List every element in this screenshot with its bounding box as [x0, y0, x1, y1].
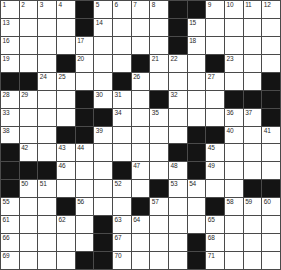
crossword-puzzle: 1234567891011121314151617181920212223242…	[0, 0, 281, 270]
cell[interactable]: 53	[169, 180, 187, 197]
cell[interactable]	[225, 19, 243, 36]
cell[interactable]: 14	[94, 19, 112, 36]
black-cell	[188, 162, 206, 179]
black-cell	[94, 109, 112, 126]
cell[interactable]: 54	[188, 180, 206, 197]
cell[interactable]	[244, 37, 262, 54]
cell[interactable]: 16	[1, 37, 19, 54]
cell[interactable]	[262, 55, 280, 72]
cell[interactable]: 12	[262, 1, 280, 18]
cell[interactable]: 62	[57, 216, 75, 233]
black-cell	[113, 162, 131, 179]
clue-number: 42	[21, 144, 28, 152]
cell[interactable]	[169, 234, 187, 251]
clue-number: 47	[133, 162, 140, 170]
black-cell	[169, 37, 187, 54]
cell[interactable]: 71	[206, 252, 224, 269]
cell[interactable]	[38, 252, 56, 269]
cell[interactable]	[244, 252, 262, 269]
clue-number: 28	[3, 91, 10, 99]
clue-number: 71	[208, 252, 215, 260]
cell[interactable]	[262, 144, 280, 161]
black-cell	[94, 234, 112, 251]
black-cell	[132, 198, 150, 215]
cell[interactable]	[57, 109, 75, 126]
cell[interactable]	[94, 144, 112, 161]
clue-number: 44	[77, 144, 84, 152]
clue-number: 68	[208, 234, 215, 242]
cell[interactable]	[20, 55, 38, 72]
clue-number: 54	[189, 180, 196, 188]
cell[interactable]: 7	[132, 1, 150, 18]
cell[interactable]: 51	[38, 180, 56, 197]
cell[interactable]: 65	[206, 216, 224, 233]
clue-number: 43	[58, 144, 65, 152]
clue-number: 37	[245, 109, 252, 117]
cell[interactable]: 58	[225, 198, 243, 215]
cell[interactable]: 41	[262, 127, 280, 144]
clue-number: 48	[170, 162, 177, 170]
black-cell	[262, 73, 280, 90]
cell[interactable]	[188, 73, 206, 90]
clue-number: 51	[40, 180, 47, 188]
cell[interactable]	[244, 162, 262, 179]
cell[interactable]	[57, 19, 75, 36]
cell[interactable]: 11	[244, 1, 262, 18]
black-cell	[94, 252, 112, 269]
cell[interactable]	[20, 216, 38, 233]
black-cell	[20, 162, 38, 179]
cell[interactable]: 60	[262, 198, 280, 215]
clue-number: 56	[77, 198, 84, 206]
cell[interactable]	[113, 19, 131, 36]
clue-number: 23	[226, 55, 233, 63]
clue-number: 7	[133, 1, 136, 9]
cell[interactable]	[132, 144, 150, 161]
clue-number: 2	[21, 1, 24, 9]
black-cell	[94, 216, 112, 233]
cell[interactable]	[57, 180, 75, 197]
clue-number: 27	[208, 73, 215, 81]
cell[interactable]: 6	[113, 1, 131, 18]
black-cell	[132, 55, 150, 72]
cell[interactable]	[150, 162, 168, 179]
cell[interactable]	[188, 216, 206, 233]
cell[interactable]	[20, 198, 38, 215]
clue-number: 17	[77, 37, 84, 45]
cell[interactable]	[76, 162, 94, 179]
clue-number: 31	[114, 91, 121, 99]
cell[interactable]	[169, 198, 187, 215]
cell[interactable]	[94, 73, 112, 90]
clue-number: 16	[3, 37, 10, 45]
cell[interactable]: 63	[113, 216, 131, 233]
clue-number: 46	[58, 162, 65, 170]
cell[interactable]: 18	[188, 37, 206, 54]
black-cell	[188, 1, 206, 18]
cell[interactable]: 61	[1, 216, 19, 233]
cell[interactable]	[262, 252, 280, 269]
black-cell	[57, 198, 75, 215]
clue-number: 33	[3, 109, 10, 117]
cell[interactable]: 28	[1, 91, 19, 108]
cell[interactable]	[244, 144, 262, 161]
cell[interactable]: 34	[113, 109, 131, 126]
cell[interactable]: 10	[225, 1, 243, 18]
black-cell	[262, 180, 280, 197]
clue-number: 53	[170, 180, 177, 188]
clue-number: 1	[3, 1, 6, 9]
black-cell	[1, 144, 19, 161]
cell[interactable]: 59	[244, 198, 262, 215]
cell[interactable]: 31	[113, 91, 131, 108]
clue-number: 62	[58, 216, 65, 224]
cell[interactable]: 45	[206, 144, 224, 161]
cell[interactable]: 8	[150, 1, 168, 18]
cell[interactable]	[262, 162, 280, 179]
black-cell	[1, 162, 19, 179]
clue-number: 70	[114, 252, 121, 260]
cell[interactable]: 56	[76, 198, 94, 215]
clue-number: 9	[208, 1, 211, 9]
clue-number: 22	[170, 55, 177, 63]
cell[interactable]: 19	[1, 55, 19, 72]
clue-number: 26	[133, 73, 140, 81]
cell[interactable]: 5	[94, 1, 112, 18]
black-cell	[76, 91, 94, 108]
cell[interactable]	[20, 109, 38, 126]
cell[interactable]	[244, 73, 262, 90]
clue-number: 38	[3, 127, 10, 135]
cell[interactable]	[262, 234, 280, 251]
cell[interactable]: 25	[57, 73, 75, 90]
black-cell	[206, 55, 224, 72]
clue-number: 4	[58, 1, 61, 9]
black-cell	[150, 91, 168, 108]
black-cell	[262, 91, 280, 108]
black-cell	[169, 144, 187, 161]
black-cell	[1, 180, 19, 197]
cell[interactable]	[150, 216, 168, 233]
cell[interactable]: 15	[188, 19, 206, 36]
clue-number: 18	[189, 37, 196, 45]
cell[interactable]	[38, 198, 56, 215]
cell[interactable]: 4	[57, 1, 75, 18]
cell[interactable]	[225, 252, 243, 269]
cell[interactable]	[94, 198, 112, 215]
cell[interactable]: 27	[206, 73, 224, 90]
cell[interactable]: 36	[225, 109, 243, 126]
cell[interactable]: 1	[1, 1, 19, 18]
clue-number: 11	[245, 1, 251, 9]
cell[interactable]	[225, 37, 243, 54]
clue-number: 3	[40, 1, 43, 9]
cell[interactable]: 33	[1, 109, 19, 126]
black-cell	[188, 144, 206, 161]
cell[interactable]	[132, 91, 150, 108]
cell[interactable]	[113, 55, 131, 72]
cell[interactable]	[150, 127, 168, 144]
clue-number: 14	[96, 19, 103, 27]
cell[interactable]	[225, 73, 243, 90]
cell[interactable]	[20, 37, 38, 54]
clue-number: 59	[245, 198, 252, 206]
black-cell	[225, 91, 243, 108]
cell[interactable]	[132, 109, 150, 126]
cell[interactable]: 3	[38, 1, 56, 18]
cell[interactable]	[225, 162, 243, 179]
cell[interactable]	[38, 91, 56, 108]
cell[interactable]	[206, 91, 224, 108]
cell[interactable]	[38, 216, 56, 233]
cell[interactable]	[132, 37, 150, 54]
cell[interactable]	[113, 127, 131, 144]
cell[interactable]	[20, 234, 38, 251]
cell[interactable]	[132, 234, 150, 251]
cell[interactable]: 70	[113, 252, 131, 269]
clue-number: 10	[226, 1, 233, 9]
cell[interactable]: 20	[76, 55, 94, 72]
black-cell	[76, 19, 94, 36]
cell[interactable]: 47	[132, 162, 150, 179]
cell[interactable]: 35	[150, 109, 168, 126]
cell[interactable]	[113, 198, 131, 215]
cell[interactable]	[206, 109, 224, 126]
cell[interactable]: 67	[113, 234, 131, 251]
cell[interactable]: 44	[76, 144, 94, 161]
clue-number: 65	[208, 216, 215, 224]
cell[interactable]	[57, 252, 75, 269]
cell[interactable]: 37	[244, 109, 262, 126]
black-cell	[188, 252, 206, 269]
cell[interactable]	[76, 73, 94, 90]
cell[interactable]	[169, 216, 187, 233]
cell[interactable]: 68	[206, 234, 224, 251]
cell[interactable]	[206, 19, 224, 36]
cell[interactable]	[262, 216, 280, 233]
cell[interactable]	[225, 234, 243, 251]
cell[interactable]	[20, 19, 38, 36]
cell[interactable]	[244, 216, 262, 233]
cell[interactable]	[132, 127, 150, 144]
cell[interactable]	[150, 252, 168, 269]
cell[interactable]: 23	[225, 55, 243, 72]
clue-number: 41	[264, 127, 271, 135]
clue-number: 35	[152, 109, 159, 117]
cell[interactable]	[57, 91, 75, 108]
cell[interactable]	[150, 37, 168, 54]
clue-number: 69	[3, 252, 10, 260]
cell[interactable]: 38	[1, 127, 19, 144]
cell[interactable]: 22	[169, 55, 187, 72]
cell[interactable]: 69	[1, 252, 19, 269]
cell[interactable]: 9	[206, 1, 224, 18]
cell[interactable]: 26	[132, 73, 150, 90]
cell[interactable]	[76, 234, 94, 251]
clue-number: 58	[226, 198, 233, 206]
black-cell	[76, 1, 94, 18]
cell[interactable]: 40	[225, 127, 243, 144]
clue-number: 61	[3, 216, 10, 224]
cell[interactable]: 57	[150, 198, 168, 215]
cell[interactable]	[206, 180, 224, 197]
cell[interactable]: 17	[76, 37, 94, 54]
cell[interactable]	[20, 127, 38, 144]
cell[interactable]	[150, 19, 168, 36]
cell[interactable]	[132, 252, 150, 269]
cell[interactable]	[262, 19, 280, 36]
cell[interactable]: 2	[20, 1, 38, 18]
cell[interactable]	[38, 144, 56, 161]
black-cell	[1, 73, 19, 90]
cell[interactable]	[188, 55, 206, 72]
cell[interactable]	[38, 37, 56, 54]
black-cell	[188, 234, 206, 251]
clue-number: 36	[226, 109, 233, 117]
cell[interactable]	[57, 234, 75, 251]
cell[interactable]	[169, 73, 187, 90]
cell[interactable]	[94, 55, 112, 72]
black-cell	[76, 127, 94, 144]
clue-number: 40	[226, 127, 233, 135]
cell[interactable]	[113, 37, 131, 54]
cell[interactable]: 13	[1, 19, 19, 36]
cell[interactable]	[76, 180, 94, 197]
cell[interactable]	[244, 55, 262, 72]
cell[interactable]	[188, 91, 206, 108]
cell[interactable]: 42	[20, 144, 38, 161]
cell[interactable]: 66	[1, 234, 19, 251]
black-cell	[76, 252, 94, 269]
clue-number: 49	[208, 162, 215, 170]
clue-number: 60	[264, 198, 271, 206]
cell[interactable]	[132, 19, 150, 36]
cell[interactable]	[57, 37, 75, 54]
cell[interactable]: 43	[57, 144, 75, 161]
clue-number: 25	[58, 73, 65, 81]
black-cell	[113, 73, 131, 90]
cell[interactable]: 29	[20, 91, 38, 108]
black-cell	[262, 109, 280, 126]
cell[interactable]	[188, 109, 206, 126]
clue-number: 21	[152, 55, 159, 63]
cell[interactable]	[169, 252, 187, 269]
black-cell	[244, 91, 262, 108]
cell[interactable]	[132, 180, 150, 197]
cell[interactable]: 49	[206, 162, 224, 179]
clue-number: 24	[40, 73, 47, 81]
cell[interactable]	[38, 19, 56, 36]
cell[interactable]	[262, 37, 280, 54]
crossword-grid: 1234567891011121314151617181920212223242…	[0, 0, 281, 270]
cell[interactable]: 24	[38, 73, 56, 90]
cell[interactable]	[225, 180, 243, 197]
cell[interactable]	[94, 180, 112, 197]
cell[interactable]	[20, 252, 38, 269]
black-cell	[20, 73, 38, 90]
cell[interactable]	[169, 127, 187, 144]
cell[interactable]: 50	[20, 180, 38, 197]
cell[interactable]	[206, 37, 224, 54]
cell[interactable]: 48	[169, 162, 187, 179]
black-cell	[188, 127, 206, 144]
black-cell	[169, 19, 187, 36]
black-cell	[206, 127, 224, 144]
cell[interactable]	[169, 109, 187, 126]
black-cell	[57, 55, 75, 72]
cell[interactable]: 46	[57, 162, 75, 179]
cell[interactable]	[76, 216, 94, 233]
cell[interactable]	[38, 109, 56, 126]
clue-number: 66	[3, 234, 10, 242]
cell[interactable]	[150, 144, 168, 161]
black-cell	[169, 1, 187, 18]
clue-number: 15	[189, 19, 196, 27]
cell[interactable]: 39	[94, 127, 112, 144]
clue-number: 30	[96, 91, 103, 99]
cell[interactable]	[244, 19, 262, 36]
cell[interactable]: 32	[169, 91, 187, 108]
cell[interactable]	[38, 234, 56, 251]
clue-number: 12	[264, 1, 271, 9]
cell[interactable]	[94, 37, 112, 54]
clue-number: 55	[3, 198, 10, 206]
cell[interactable]: 30	[94, 91, 112, 108]
cell[interactable]	[225, 144, 243, 161]
clue-number: 64	[133, 216, 140, 224]
clue-number: 13	[3, 19, 10, 27]
cell[interactable]	[244, 127, 262, 144]
cell[interactable]	[188, 198, 206, 215]
black-cell	[206, 198, 224, 215]
cell[interactable]	[38, 127, 56, 144]
clue-number: 39	[96, 127, 103, 135]
clue-number: 32	[170, 91, 177, 99]
cell[interactable]	[244, 234, 262, 251]
clue-number: 19	[3, 55, 10, 63]
cell[interactable]	[225, 216, 243, 233]
cell[interactable]	[150, 73, 168, 90]
clue-number: 63	[114, 216, 121, 224]
cell[interactable]: 55	[1, 198, 19, 215]
black-cell	[244, 180, 262, 197]
cell[interactable]: 52	[113, 180, 131, 197]
black-cell	[38, 162, 56, 179]
black-cell	[57, 127, 75, 144]
black-cell	[150, 180, 168, 197]
clue-number: 34	[114, 109, 121, 117]
clue-number: 45	[208, 144, 215, 152]
cell[interactable]	[94, 162, 112, 179]
cell[interactable]: 21	[150, 55, 168, 72]
clue-number: 5	[96, 1, 99, 9]
cell[interactable]	[113, 144, 131, 161]
clue-number: 29	[21, 91, 28, 99]
cell[interactable]: 64	[132, 216, 150, 233]
clue-number: 20	[77, 55, 84, 63]
clue-number: 57	[152, 198, 159, 206]
cell[interactable]	[38, 55, 56, 72]
clue-number: 67	[114, 234, 121, 242]
black-cell	[76, 109, 94, 126]
clue-number: 6	[114, 1, 117, 9]
cell[interactable]	[150, 234, 168, 251]
clue-number: 52	[114, 180, 121, 188]
clue-number: 8	[152, 1, 155, 9]
clue-number: 50	[21, 180, 28, 188]
